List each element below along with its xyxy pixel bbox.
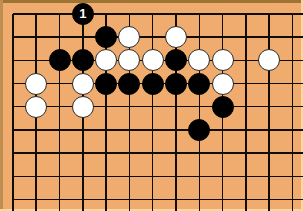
grid-line-vertical (129, 14, 131, 26)
board-intersection (258, 49, 281, 72)
grid-line-vertical (59, 95, 61, 118)
black-stone (188, 119, 210, 141)
board-intersection (141, 165, 164, 188)
grid-line-vertical (222, 118, 224, 141)
grid-line-vertical (82, 165, 84, 188)
grid-line-vertical (35, 49, 37, 72)
grid-line-vertical (12, 118, 14, 141)
board-intersection (258, 118, 281, 141)
grid-line-vertical (245, 26, 247, 49)
board-intersection (234, 118, 257, 141)
grid-line-horizontal (13, 83, 25, 85)
grid-line-vertical (245, 95, 247, 118)
grid-line-vertical (59, 72, 61, 95)
black-stone (95, 26, 117, 48)
board-intersection (164, 142, 187, 165)
board-intersection (71, 188, 94, 211)
grid-line-vertical (222, 14, 224, 26)
grid-line-vertical (199, 95, 201, 118)
board-intersection (141, 72, 164, 95)
grid-line-vertical (245, 165, 247, 188)
grid-line-vertical (12, 142, 14, 165)
grid-line-horizontal (13, 199, 25, 201)
white-stone (25, 73, 47, 95)
board-intersection (71, 72, 94, 95)
grid-line-vertical (268, 26, 270, 49)
board-intersection (118, 26, 141, 49)
grid-line-horizontal (13, 129, 25, 131)
white-stone (212, 49, 234, 71)
grid-line-vertical (105, 14, 107, 26)
black-stone (212, 96, 234, 118)
grid-line-vertical (245, 14, 247, 26)
board-intersection (188, 26, 211, 49)
grid-line-horizontal (13, 36, 25, 38)
grid-line-vertical (268, 95, 270, 118)
grid-line-vertical (222, 188, 224, 211)
grid-line-vertical (59, 165, 61, 188)
board-intersection (234, 72, 257, 95)
board-intersection (48, 165, 71, 188)
board-intersection (48, 2, 71, 25)
board-intersection (118, 118, 141, 141)
grid-line-vertical (105, 188, 107, 211)
board-intersection (141, 118, 164, 141)
board-intersection (1, 188, 24, 211)
board-intersection (281, 188, 303, 211)
grid-line-vertical (292, 188, 294, 211)
board-intersection (234, 2, 257, 25)
move-number-label: 1 (79, 7, 86, 20)
board-intersection (211, 72, 234, 95)
black-stone (95, 73, 117, 95)
grid-line-vertical (199, 165, 201, 188)
board-intersection (234, 142, 257, 165)
board-intersection (71, 95, 94, 118)
grid-line-vertical (292, 14, 294, 26)
board-intersection (188, 188, 211, 211)
grid-line-vertical (12, 49, 14, 72)
board-intersection (234, 188, 257, 211)
black-stone (118, 73, 140, 95)
grid-line-vertical (175, 188, 177, 211)
board-intersection (211, 165, 234, 188)
black-stone (72, 49, 94, 71)
white-stone (142, 49, 164, 71)
board-intersection (48, 188, 71, 211)
board-intersection (234, 26, 257, 49)
grid-line-vertical (12, 95, 14, 118)
grid-line-vertical (152, 14, 154, 26)
board-intersection (211, 2, 234, 25)
grid-line-vertical (82, 118, 84, 141)
board-intersection (281, 72, 303, 95)
board-intersection (281, 2, 303, 25)
grid-line-vertical (245, 142, 247, 165)
grid-line-vertical (199, 188, 201, 211)
board-intersection: 1 (71, 2, 94, 25)
board-intersection (94, 49, 117, 72)
grid-line-vertical (292, 142, 294, 165)
grid-line-vertical (152, 165, 154, 188)
grid-line-vertical (292, 49, 294, 72)
board-intersection (48, 142, 71, 165)
board-intersection (1, 142, 24, 165)
board-intersection (164, 118, 187, 141)
grid-line-vertical (129, 95, 131, 118)
grid-line-vertical (12, 26, 14, 49)
board-intersection (25, 165, 48, 188)
board-intersection (94, 2, 117, 25)
grid-line-vertical (292, 118, 294, 141)
grid-line-vertical (129, 142, 131, 165)
board-intersection (281, 165, 303, 188)
black-stone (188, 73, 210, 95)
board-intersection (94, 188, 117, 211)
board-intersection (164, 26, 187, 49)
board-intersection (211, 49, 234, 72)
grid-line-vertical (35, 26, 37, 49)
white-stone (165, 26, 187, 48)
grid-line-vertical (82, 142, 84, 165)
grid-line-vertical (292, 165, 294, 188)
board-intersection (258, 72, 281, 95)
grid-line-vertical (129, 188, 131, 211)
board-intersection (118, 72, 141, 95)
grid-line-vertical (292, 95, 294, 118)
board-intersection (234, 49, 257, 72)
grid-line-vertical (175, 14, 177, 26)
grid-line-vertical (105, 95, 107, 118)
grid-line-vertical (268, 72, 270, 95)
board-intersection (141, 188, 164, 211)
board-intersection (71, 26, 94, 49)
board-intersection (234, 165, 257, 188)
grid-line-vertical (292, 26, 294, 49)
board-intersection (1, 2, 24, 25)
grid-line-vertical (245, 118, 247, 141)
grid-line-vertical (222, 142, 224, 165)
board-intersection (141, 2, 164, 25)
grid-line-vertical (35, 118, 37, 141)
board-intersection (188, 72, 211, 95)
grid-line-vertical (59, 14, 61, 26)
grid-line-horizontal (13, 152, 25, 154)
grid-line-vertical (12, 165, 14, 188)
grid-line-horizontal (13, 13, 25, 15)
grid-line-vertical (59, 142, 61, 165)
board-intersection (71, 118, 94, 141)
board-intersection (141, 49, 164, 72)
grid-line-vertical (35, 188, 37, 211)
board-intersection (71, 165, 94, 188)
grid-line-vertical (82, 26, 84, 49)
board-intersection (188, 142, 211, 165)
grid-line-vertical (152, 118, 154, 141)
board-intersection (164, 2, 187, 25)
grid-line-horizontal (13, 60, 25, 62)
grid-line-vertical (268, 142, 270, 165)
board-intersection (48, 72, 71, 95)
board-intersection (118, 2, 141, 25)
board-intersection (71, 142, 94, 165)
white-stone (25, 96, 47, 118)
grid-line-vertical (245, 188, 247, 211)
white-stone (258, 49, 280, 71)
board-intersection (1, 72, 24, 95)
grid-line-vertical (199, 14, 201, 26)
board-intersection (1, 95, 24, 118)
board-intersection (188, 2, 211, 25)
board-intersection (281, 118, 303, 141)
go-board-diagram: 1 (0, 0, 303, 211)
board-intersection (25, 188, 48, 211)
board-intersection (118, 95, 141, 118)
board-intersection (25, 2, 48, 25)
board-intersection (164, 165, 187, 188)
board-intersection (25, 118, 48, 141)
grid-line-vertical (59, 26, 61, 49)
board-intersection (141, 95, 164, 118)
board-intersection (118, 165, 141, 188)
board-intersection (258, 26, 281, 49)
board-intersection (258, 95, 281, 118)
board-intersection (94, 95, 117, 118)
grid-line-vertical (129, 118, 131, 141)
white-stone (212, 73, 234, 95)
board-intersection (281, 142, 303, 165)
board-intersection (94, 142, 117, 165)
board-intersection (48, 118, 71, 141)
grid-line-vertical (35, 142, 37, 165)
board-intersection (25, 26, 48, 49)
board-intersection (211, 118, 234, 141)
grid-line-vertical (12, 188, 14, 211)
board-intersection (94, 165, 117, 188)
grid-line-vertical (199, 26, 201, 49)
board-intersection (71, 49, 94, 72)
board-intersection (25, 49, 48, 72)
grid-line-vertical (105, 118, 107, 141)
board-intersection (164, 188, 187, 211)
grid-line-horizontal (13, 106, 25, 108)
grid-line-vertical (59, 118, 61, 141)
grid-line-vertical (175, 142, 177, 165)
grid-line-vertical (222, 26, 224, 49)
white-stone (95, 49, 117, 71)
grid-line-vertical (268, 14, 270, 26)
grid-line-vertical (12, 72, 14, 95)
board-intersection (234, 95, 257, 118)
board-intersection (258, 2, 281, 25)
board-intersection (141, 26, 164, 49)
board-intersection (1, 118, 24, 141)
board-intersection (118, 188, 141, 211)
grid-line-vertical (175, 118, 177, 141)
grid-line-vertical (12, 14, 14, 26)
grid-line-vertical (175, 95, 177, 118)
board-intersection (25, 95, 48, 118)
grid-line-vertical (292, 72, 294, 95)
grid-line-vertical (152, 188, 154, 211)
board-intersection (164, 49, 187, 72)
board-intersection (1, 49, 24, 72)
board-intersection (281, 49, 303, 72)
grid-line-vertical (129, 165, 131, 188)
board-intersection (258, 165, 281, 188)
grid-line-vertical (35, 165, 37, 188)
grid-line-vertical (245, 72, 247, 95)
grid-line-vertical (268, 188, 270, 211)
grid-line-vertical (105, 142, 107, 165)
board-intersection (258, 142, 281, 165)
grid-line-vertical (268, 165, 270, 188)
grid-line-vertical (35, 14, 37, 26)
board-intersection (1, 165, 24, 188)
white-stone (188, 49, 210, 71)
grid-line-vertical (105, 165, 107, 188)
white-stone (118, 26, 140, 48)
board-intersection (188, 49, 211, 72)
board-intersection (48, 26, 71, 49)
board-intersection (48, 95, 71, 118)
board-intersection (141, 142, 164, 165)
board-intersection (118, 49, 141, 72)
board-intersection (25, 142, 48, 165)
board-intersection (188, 165, 211, 188)
move-1-stone: 1 (72, 3, 94, 25)
board-intersection (48, 49, 71, 72)
grid-line-vertical (152, 142, 154, 165)
board-intersection (211, 95, 234, 118)
black-stone (49, 49, 71, 71)
board-intersection (281, 95, 303, 118)
board-intersection (118, 142, 141, 165)
board-intersection (25, 72, 48, 95)
board-intersection (258, 188, 281, 211)
white-stone (72, 73, 94, 95)
grid-line-vertical (175, 165, 177, 188)
board-intersection (94, 118, 117, 141)
grid-line-vertical (152, 26, 154, 49)
board-intersection (1, 26, 24, 49)
grid-line-vertical (245, 49, 247, 72)
board-intersection (281, 26, 303, 49)
grid-line-vertical (82, 188, 84, 211)
black-stone (142, 73, 164, 95)
grid-line-horizontal (13, 176, 25, 178)
grid-line-vertical (199, 142, 201, 165)
board-intersection (211, 142, 234, 165)
board-intersection (188, 95, 211, 118)
black-stone (165, 73, 187, 95)
board-intersection (188, 118, 211, 141)
grid-line-vertical (222, 165, 224, 188)
board-grid: 1 (1, 2, 303, 211)
board-intersection (164, 95, 187, 118)
grid-line-vertical (59, 188, 61, 211)
grid-line-vertical (152, 95, 154, 118)
grid-line-vertical (268, 118, 270, 141)
white-stone (118, 49, 140, 71)
board-intersection (211, 26, 234, 49)
black-stone (165, 49, 187, 71)
board-intersection (94, 26, 117, 49)
board-intersection (94, 72, 117, 95)
board-intersection (211, 188, 234, 211)
white-stone (72, 96, 94, 118)
board-intersection (164, 72, 187, 95)
